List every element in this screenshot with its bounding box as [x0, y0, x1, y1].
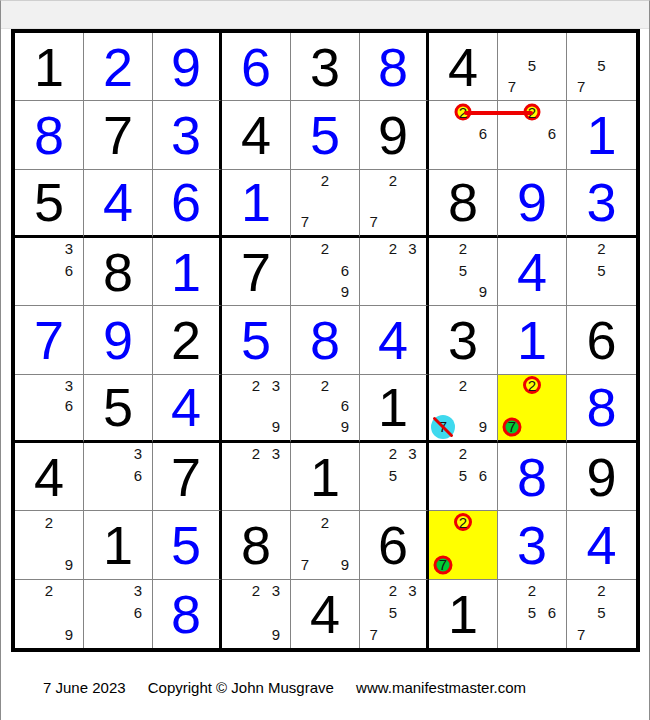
footer-copyright: Copyright © John Musgrave — [148, 679, 334, 696]
given-digit: 1 — [429, 580, 497, 648]
cell-r4c6[interactable]: 23 — [360, 238, 429, 306]
cell-r8c2[interactable]: 1 — [84, 511, 153, 579]
candidate-digit: 6 — [548, 605, 556, 620]
candidate-digit: 6 — [134, 468, 142, 483]
candidate-digit: 9 — [341, 419, 349, 434]
candidate-grid: 57 — [571, 33, 632, 97]
given-digit: 3 — [291, 33, 359, 100]
candidate-digit: 7 — [577, 79, 585, 94]
cell-r6c6[interactable]: 1 — [360, 375, 429, 443]
cell-r1c4[interactable]: 6 — [222, 33, 291, 101]
cell-r8c6[interactable]: 6 — [360, 511, 429, 579]
cell-r5c4[interactable]: 5 — [222, 306, 291, 374]
given-digit: 4 — [15, 443, 83, 510]
sudoku-board: 1296384575787345926261546127278933681726… — [11, 29, 640, 652]
candidate-digit: 6 — [134, 605, 142, 620]
candidate-digit: 6 — [65, 263, 73, 278]
candidate-digit: 2 — [45, 515, 53, 530]
given-digit: 4 — [291, 580, 359, 648]
candidate-grid: 27 — [295, 170, 355, 232]
cell-r1c6[interactable]: 8 — [360, 33, 429, 101]
cell-r4c8[interactable]: 4 — [498, 238, 567, 306]
candidate-digit: 3 — [408, 241, 416, 256]
cell-r4c1[interactable]: 36 — [15, 238, 84, 306]
cell-r3c9[interactable]: 3 — [567, 170, 636, 238]
candidate-digit: 2 — [389, 446, 397, 461]
given-digit: 7 — [222, 238, 290, 305]
solved-digit: 1 — [222, 170, 290, 235]
solved-digit: 4 — [498, 238, 566, 305]
candidate-digit: 5 — [597, 58, 605, 73]
solved-digit: 4 — [84, 170, 152, 235]
cell-r7c3[interactable]: 7 — [153, 443, 222, 511]
solved-digit: 8 — [291, 306, 359, 373]
candidate-digit: 3 — [408, 446, 416, 461]
cell-r8c8[interactable]: 3 — [498, 511, 567, 579]
candidate-digit: 9 — [65, 627, 73, 642]
candidate-grid: 269 — [295, 375, 355, 437]
cell-r9c1[interactable]: 29 — [15, 580, 84, 648]
candidate-digit: 6 — [341, 263, 349, 278]
cell-r2c6[interactable]: 9 — [360, 101, 429, 169]
candidate-grid: 269 — [295, 238, 355, 302]
footer-date: 7 June 2023 — [43, 679, 126, 696]
cell-r1c2[interactable]: 2 — [84, 33, 153, 101]
candidate-digit: 7 — [301, 557, 309, 572]
cell-r4c3[interactable]: 1 — [153, 238, 222, 306]
candidate-digit: 5 — [459, 263, 467, 278]
cell-r5c9[interactable]: 6 — [567, 306, 636, 374]
candidate-digit: 9 — [272, 627, 280, 642]
candidate-digit: 2 — [321, 173, 329, 188]
cell-r9c5[interactable]: 4 — [291, 580, 360, 648]
cell-r4c9[interactable]: 25 — [567, 238, 636, 306]
cell-r3c7[interactable]: 8 — [429, 170, 498, 238]
candidate-grid: 257 — [571, 580, 632, 645]
solved-digit: 3 — [153, 101, 219, 168]
candidate-digit: 7 — [301, 214, 309, 229]
candidate-digit: 9 — [272, 419, 280, 434]
candidate-digit: 2 — [459, 446, 467, 461]
cell-r2c4[interactable]: 4 — [222, 101, 291, 169]
candidate-digit: 9 — [479, 284, 487, 299]
candidate-grid: 256 — [502, 580, 562, 645]
candidate-grid: 29 — [19, 580, 79, 645]
candidate-digit: 2 — [321, 241, 329, 256]
given-digit: 8 — [222, 511, 290, 578]
given-digit: 7 — [84, 101, 152, 168]
cell-r3c1[interactable]: 5 — [15, 170, 84, 238]
cell-r6c2[interactable]: 5 — [84, 375, 153, 443]
cell-r9c9[interactable]: 257 — [567, 580, 636, 648]
solved-digit: 2 — [84, 33, 152, 100]
cell-r2c3[interactable]: 3 — [153, 101, 222, 169]
candidate-digit: 7 — [439, 557, 447, 572]
candidate-grid: 239 — [226, 375, 286, 437]
candidate-digit: 3 — [408, 583, 416, 598]
candidate-digit: 9 — [65, 557, 73, 572]
solved-digit: 4 — [153, 375, 219, 440]
cell-r9c6[interactable]: 2357 — [360, 580, 429, 648]
cell-r2c5[interactable]: 5 — [291, 101, 360, 169]
candidate-grid: 27 — [433, 511, 493, 575]
given-digit: 1 — [15, 33, 83, 100]
candidate-grid: 36 — [19, 375, 79, 437]
candidate-grid: 57 — [502, 33, 562, 97]
solved-digit: 6 — [222, 33, 290, 100]
candidate-grid: 25 — [571, 238, 632, 302]
cell-r6c1[interactable]: 36 — [15, 375, 84, 443]
candidate-digit: 7 — [508, 419, 516, 434]
solved-digit: 4 — [360, 306, 426, 373]
candidate-grid: 27 — [502, 375, 562, 437]
candidate-digit: 3 — [272, 446, 280, 461]
candidate-grid: 259 — [433, 238, 493, 302]
cell-r6c5[interactable]: 269 — [291, 375, 360, 443]
given-digit: 1 — [291, 443, 359, 510]
candidate-digit: 2 — [389, 241, 397, 256]
candidate-grid: 27 — [364, 170, 422, 232]
solved-digit: 7 — [15, 306, 83, 373]
candidate-digit: 2 — [597, 583, 605, 598]
given-digit: 6 — [360, 511, 426, 578]
cell-r3c8[interactable]: 9 — [498, 170, 567, 238]
candidate-grid: 235 — [364, 443, 422, 507]
given-digit: 3 — [429, 306, 497, 373]
cell-r7c5[interactable]: 1 — [291, 443, 360, 511]
cell-r9c3[interactable]: 8 — [153, 580, 222, 648]
candidate-digit: 7 — [369, 214, 377, 229]
cell-r4c5[interactable]: 269 — [291, 238, 360, 306]
candidate-digit: 3 — [65, 378, 73, 393]
cell-r8c3[interactable]: 5 — [153, 511, 222, 579]
cell-r9c7[interactable]: 1 — [429, 580, 498, 648]
solved-digit: 1 — [153, 238, 219, 305]
cell-r4c4[interactable]: 7 — [222, 238, 291, 306]
cell-r9c8[interactable]: 256 — [498, 580, 567, 648]
candidate-digit: 5 — [597, 263, 605, 278]
candidate-grid: 36 — [19, 238, 79, 302]
solved-digit: 9 — [498, 170, 566, 235]
given-digit: 1 — [84, 511, 152, 578]
cell-r2c2[interactable]: 7 — [84, 101, 153, 169]
candidate-digit: 6 — [479, 468, 487, 483]
candidate-digit: 2 — [459, 241, 467, 256]
cell-r6c7[interactable]: 279 — [429, 375, 498, 443]
cell-r3c4[interactable]: 1 — [222, 170, 291, 238]
cell-r7c7[interactable]: 256 — [429, 443, 498, 511]
cell-r7c8[interactable]: 8 — [498, 443, 567, 511]
cell-r1c9[interactable]: 57 — [567, 33, 636, 101]
candidate-digit: 2 — [528, 378, 536, 393]
candidate-grid: 239 — [226, 580, 286, 645]
cell-r8c7[interactable]: 27 — [429, 511, 498, 579]
given-digit: 5 — [84, 375, 152, 440]
cell-r9c4[interactable]: 239 — [222, 580, 291, 648]
candidate-digit: 2 — [459, 515, 467, 530]
candidate-digit: 2 — [252, 446, 260, 461]
given-digit: 5 — [15, 170, 83, 235]
cell-r5c5[interactable]: 8 — [291, 306, 360, 374]
cell-r5c3[interactable]: 2 — [153, 306, 222, 374]
footer-website[interactable]: www.manifestmaster.com — [356, 679, 526, 696]
cell-r5c2[interactable]: 9 — [84, 306, 153, 374]
candidate-digit: 2 — [45, 583, 53, 598]
solved-digit: 3 — [498, 511, 566, 578]
cell-r6c4[interactable]: 239 — [222, 375, 291, 443]
cell-r1c5[interactable]: 3 — [291, 33, 360, 101]
solved-digit: 5 — [153, 511, 219, 578]
solved-digit: 3 — [567, 170, 636, 235]
candidate-grid: 279 — [433, 375, 493, 437]
candidate-grid: 23 — [226, 443, 286, 507]
cell-r4c7[interactable]: 259 — [429, 238, 498, 306]
candidate-digit: 5 — [597, 605, 605, 620]
cell-r6c9[interactable]: 8 — [567, 375, 636, 443]
candidate-digit: 2 — [389, 583, 397, 598]
cell-r3c6[interactable]: 27 — [360, 170, 429, 238]
cell-r2c9[interactable]: 1 — [567, 101, 636, 169]
candidate-digit: 5 — [459, 468, 467, 483]
given-digit: 8 — [429, 170, 497, 235]
cell-r5c8[interactable]: 1 — [498, 306, 567, 374]
cell-r6c3[interactable]: 4 — [153, 375, 222, 443]
cell-r5c7[interactable]: 3 — [429, 306, 498, 374]
solved-digit: 1 — [567, 101, 636, 168]
solved-digit: 5 — [291, 101, 359, 168]
candidate-digit: 6 — [479, 126, 487, 141]
cell-r8c1[interactable]: 29 — [15, 511, 84, 579]
solved-digit: 9 — [84, 306, 152, 373]
solved-digit: 1 — [498, 306, 566, 373]
given-digit: 6 — [567, 306, 636, 373]
cell-r5c1[interactable]: 7 — [15, 306, 84, 374]
candidate-digit: 9 — [479, 419, 487, 434]
candidate-digit: 7 — [508, 79, 516, 94]
candidate-digit: 2 — [321, 515, 329, 530]
candidate-digit: 5 — [389, 468, 397, 483]
candidate-digit: 5 — [389, 605, 397, 620]
chain-link-line — [464, 111, 533, 115]
solved-digit: 9 — [153, 33, 219, 100]
page-top-band — [1, 1, 650, 29]
given-digit: 9 — [360, 101, 426, 168]
candidate-digit: 2 — [252, 583, 260, 598]
candidate-digit: 2 — [252, 378, 260, 393]
candidate-digit: 6 — [65, 398, 73, 413]
solved-digit: 8 — [15, 101, 83, 168]
given-digit: 7 — [153, 443, 219, 510]
given-digit: 4 — [429, 33, 497, 100]
candidate-digit: 3 — [134, 583, 142, 598]
cell-r3c2[interactable]: 4 — [84, 170, 153, 238]
candidate-digit: 6 — [341, 398, 349, 413]
solved-digit: 6 — [153, 170, 219, 235]
candidate-digit: 2 — [597, 241, 605, 256]
solved-digit: 8 — [567, 375, 636, 440]
solved-digit: 8 — [498, 443, 566, 510]
cell-r1c3[interactable]: 9 — [153, 33, 222, 101]
cell-r9c2[interactable]: 36 — [84, 580, 153, 648]
given-digit: 8 — [84, 238, 152, 305]
candidate-grid: 256 — [433, 443, 493, 507]
candidate-grid: 23 — [364, 238, 422, 302]
cell-r4c2[interactable]: 8 — [84, 238, 153, 306]
candidate-digit: 2 — [459, 378, 467, 393]
candidate-digit: 7 — [369, 627, 377, 642]
cell-r7c6[interactable]: 235 — [360, 443, 429, 511]
candidate-digit: 9 — [341, 284, 349, 299]
candidate-digit: 9 — [341, 557, 349, 572]
candidate-digit: 2 — [528, 583, 536, 598]
cell-r7c4[interactable]: 23 — [222, 443, 291, 511]
cell-r1c8[interactable]: 57 — [498, 33, 567, 101]
solved-digit: 4 — [567, 511, 636, 578]
candidate-digit: 3 — [134, 446, 142, 461]
cell-r7c2[interactable]: 36 — [84, 443, 153, 511]
footer-credits: 7 June 2023 Copyright © John Musgrave ww… — [43, 679, 526, 696]
cell-r8c4[interactable]: 8 — [222, 511, 291, 579]
candidate-digit: 5 — [528, 58, 536, 73]
candidate-digit: 5 — [528, 605, 536, 620]
solved-digit: 5 — [222, 306, 290, 373]
candidate-grid: 2357 — [364, 580, 422, 645]
candidate-digit: 3 — [272, 583, 280, 598]
cell-r1c7[interactable]: 4 — [429, 33, 498, 101]
solved-digit: 8 — [360, 33, 426, 100]
candidate-grid: 36 — [88, 580, 148, 645]
cell-r5c6[interactable]: 4 — [360, 306, 429, 374]
candidate-grid: 279 — [295, 511, 355, 575]
cell-r8c5[interactable]: 279 — [291, 511, 360, 579]
given-digit: 4 — [222, 101, 290, 168]
candidate-digit: 2 — [321, 378, 329, 393]
candidate-digit: 7 — [577, 627, 585, 642]
cell-r6c8[interactable]: 27 — [498, 375, 567, 443]
cell-r2c1[interactable]: 8 — [15, 101, 84, 169]
given-digit: 1 — [360, 375, 426, 440]
cell-r7c1[interactable]: 4 — [15, 443, 84, 511]
given-digit: 2 — [153, 306, 219, 373]
candidate-digit: 3 — [272, 378, 280, 393]
candidate-grid: 29 — [19, 511, 79, 575]
candidate-digit: 6 — [548, 126, 556, 141]
cell-r7c9[interactable]: 9 — [567, 443, 636, 511]
cell-r8c9[interactable]: 4 — [567, 511, 636, 579]
candidate-digit: 2 — [389, 173, 397, 188]
candidate-grid: 36 — [88, 443, 148, 507]
cell-r1c1[interactable]: 1 — [15, 33, 84, 101]
candidate-digit: 3 — [65, 241, 73, 256]
cell-r3c3[interactable]: 6 — [153, 170, 222, 238]
solved-digit: 8 — [153, 580, 219, 648]
given-digit: 9 — [567, 443, 636, 510]
cell-r3c5[interactable]: 27 — [291, 170, 360, 238]
